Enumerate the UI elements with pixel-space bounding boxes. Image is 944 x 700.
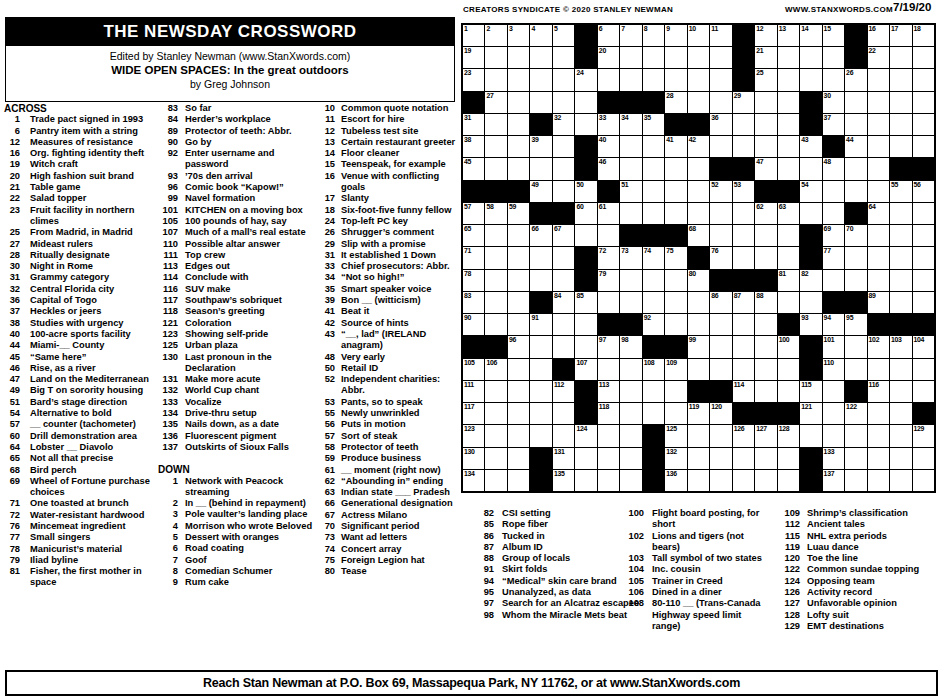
grid-cell[interactable] (913, 381, 934, 402)
grid-cell[interactable] (913, 448, 934, 469)
grid-cell[interactable] (485, 47, 506, 68)
grid-cell[interactable] (800, 158, 821, 179)
grid-cell[interactable] (643, 381, 664, 402)
grid-cell[interactable] (643, 403, 664, 424)
grid-cell[interactable]: 12 (755, 25, 776, 46)
grid-cell[interactable] (733, 314, 754, 335)
grid-cell[interactable]: 35 (643, 114, 664, 135)
grid-cell[interactable] (508, 381, 529, 402)
grid-cell[interactable]: 104 (913, 336, 934, 357)
grid-cell[interactable] (733, 203, 754, 224)
grid-cell[interactable] (890, 203, 911, 224)
grid-cell[interactable] (553, 181, 574, 202)
grid-cell[interactable]: 90 (463, 314, 484, 335)
grid-cell[interactable] (890, 270, 911, 291)
grid-cell[interactable] (890, 292, 911, 313)
grid-cell[interactable] (733, 136, 754, 157)
grid-cell[interactable]: 39 (530, 136, 551, 157)
grid-cell[interactable] (688, 292, 709, 313)
grid-cell[interactable] (575, 92, 596, 113)
grid-cell[interactable] (598, 359, 619, 380)
grid-cell[interactable] (733, 470, 754, 491)
grid-cell[interactable] (845, 92, 866, 113)
grid-cell[interactable] (665, 47, 686, 68)
grid-cell[interactable] (530, 158, 551, 179)
grid-cell[interactable] (530, 92, 551, 113)
grid-cell[interactable]: 81 (778, 270, 799, 291)
grid-cell[interactable] (553, 314, 574, 335)
grid-cell[interactable] (845, 359, 866, 380)
grid-cell[interactable]: 113 (598, 381, 619, 402)
grid-cell[interactable] (620, 69, 641, 90)
grid-cell[interactable]: 79 (598, 270, 619, 291)
grid-cell[interactable] (755, 314, 776, 335)
grid-cell[interactable] (688, 47, 709, 68)
grid-cell[interactable] (575, 114, 596, 135)
grid-cell[interactable] (890, 69, 911, 90)
grid-cell[interactable]: 52 (710, 181, 731, 202)
grid-cell[interactable] (688, 448, 709, 469)
grid-cell[interactable] (710, 69, 731, 90)
grid-cell[interactable]: 126 (733, 425, 754, 446)
grid-cell[interactable] (890, 114, 911, 135)
grid-cell[interactable] (710, 470, 731, 491)
grid-cell[interactable] (755, 470, 776, 491)
grid-cell[interactable]: 83 (463, 292, 484, 313)
grid-cell[interactable] (643, 203, 664, 224)
grid-cell[interactable]: 43 (800, 136, 821, 157)
grid-cell[interactable]: 25 (755, 69, 776, 90)
grid-cell[interactable]: 123 (463, 425, 484, 446)
grid-cell[interactable]: 28 (665, 92, 686, 113)
grid-cell[interactable] (485, 247, 506, 268)
grid-cell[interactable]: 117 (463, 403, 484, 424)
grid-cell[interactable] (575, 470, 596, 491)
grid-cell[interactable] (913, 359, 934, 380)
grid-cell[interactable]: 98 (620, 336, 641, 357)
grid-cell[interactable] (845, 247, 866, 268)
grid-cell[interactable] (665, 69, 686, 90)
grid-cell[interactable]: 33 (598, 114, 619, 135)
grid-cell[interactable]: 72 (598, 247, 619, 268)
grid-cell[interactable] (508, 470, 529, 491)
grid-cell[interactable] (620, 448, 641, 469)
grid-cell[interactable]: 135 (553, 470, 574, 491)
grid-cell[interactable] (845, 270, 866, 291)
grid-cell[interactable] (643, 158, 664, 179)
grid-cell[interactable] (710, 92, 731, 113)
grid-cell[interactable]: 55 (890, 181, 911, 202)
grid-cell[interactable] (553, 47, 574, 68)
grid-cell[interactable] (575, 448, 596, 469)
grid-cell[interactable]: 56 (913, 181, 934, 202)
grid-cell[interactable]: 136 (665, 470, 686, 491)
grid-cell[interactable] (890, 425, 911, 446)
grid-cell[interactable]: 127 (755, 425, 776, 446)
grid-cell[interactable] (598, 425, 619, 446)
grid-cell[interactable]: 29 (733, 92, 754, 113)
grid-cell[interactable]: 78 (463, 270, 484, 291)
grid-cell[interactable] (643, 136, 664, 157)
grid-cell[interactable]: 114 (733, 381, 754, 402)
grid-cell[interactable]: 47 (755, 158, 776, 179)
grid-cell[interactable] (508, 359, 529, 380)
grid-cell[interactable] (710, 425, 731, 446)
grid-cell[interactable]: 109 (665, 359, 686, 380)
grid-cell[interactable]: 63 (778, 203, 799, 224)
grid-cell[interactable] (845, 181, 866, 202)
grid-cell[interactable]: 59 (508, 203, 529, 224)
grid-cell[interactable]: 130 (463, 448, 484, 469)
grid-cell[interactable]: 76 (710, 247, 731, 268)
grid-cell[interactable]: 5 (553, 25, 574, 46)
grid-cell[interactable] (620, 158, 641, 179)
grid-cell[interactable]: 22 (868, 47, 889, 68)
grid-cell[interactable] (530, 69, 551, 90)
grid-cell[interactable]: 112 (553, 381, 574, 402)
grid-cell[interactable]: 20 (598, 47, 619, 68)
grid-cell[interactable]: 105 (463, 359, 484, 380)
grid-cell[interactable] (620, 136, 641, 157)
grid-cell[interactable]: 125 (665, 425, 686, 446)
grid-cell[interactable] (643, 47, 664, 68)
grid-cell[interactable]: 129 (913, 425, 934, 446)
grid-cell[interactable]: 87 (733, 292, 754, 313)
grid-cell[interactable] (530, 336, 551, 357)
grid-cell[interactable] (688, 158, 709, 179)
grid-cell[interactable] (890, 92, 911, 113)
grid-cell[interactable] (913, 47, 934, 68)
grid-cell[interactable]: 60 (575, 203, 596, 224)
grid-cell[interactable]: 69 (823, 225, 844, 246)
grid-cell[interactable] (890, 470, 911, 491)
grid-cell[interactable] (800, 203, 821, 224)
grid-cell[interactable]: 13 (778, 25, 799, 46)
grid-cell[interactable] (665, 270, 686, 291)
grid-cell[interactable] (620, 425, 641, 446)
grid-cell[interactable] (688, 92, 709, 113)
grid-cell[interactable]: 119 (688, 403, 709, 424)
grid-cell[interactable]: 134 (463, 470, 484, 491)
grid-cell[interactable] (868, 69, 889, 90)
grid-cell[interactable]: 58 (485, 203, 506, 224)
grid-cell[interactable]: 92 (643, 314, 664, 335)
grid-cell[interactable] (508, 92, 529, 113)
grid-cell[interactable] (868, 114, 889, 135)
grid-cell[interactable] (508, 403, 529, 424)
grid-cell[interactable] (890, 47, 911, 68)
grid-cell[interactable] (598, 448, 619, 469)
grid-cell[interactable] (485, 425, 506, 446)
grid-cell[interactable]: 106 (485, 359, 506, 380)
grid-cell[interactable]: 24 (575, 69, 596, 90)
grid-cell[interactable] (868, 448, 889, 469)
grid-cell[interactable] (778, 292, 799, 313)
grid-cell[interactable] (733, 247, 754, 268)
grid-cell[interactable] (890, 359, 911, 380)
grid-cell[interactable] (890, 247, 911, 268)
grid-cell[interactable]: 18 (913, 25, 934, 46)
grid-cell[interactable] (733, 114, 754, 135)
grid-cell[interactable] (508, 314, 529, 335)
grid-cell[interactable] (845, 470, 866, 491)
grid-cell[interactable]: 11 (710, 25, 731, 46)
grid-cell[interactable] (688, 425, 709, 446)
grid-cell[interactable]: 111 (463, 381, 484, 402)
grid-cell[interactable] (485, 292, 506, 313)
grid-cell[interactable]: 64 (868, 203, 889, 224)
crossword-grid[interactable]: 1234567891011121314151617181920212223242… (461, 23, 936, 493)
grid-cell[interactable] (508, 448, 529, 469)
grid-cell[interactable] (755, 92, 776, 113)
grid-cell[interactable] (508, 270, 529, 291)
grid-cell[interactable]: 26 (845, 69, 866, 90)
grid-cell[interactable]: 61 (598, 203, 619, 224)
grid-cell[interactable] (665, 158, 686, 179)
grid-cell[interactable]: 84 (553, 292, 574, 313)
grid-cell[interactable]: 15 (823, 25, 844, 46)
grid-cell[interactable] (868, 136, 889, 157)
grid-cell[interactable]: 77 (823, 247, 844, 268)
grid-cell[interactable] (530, 47, 551, 68)
grid-cell[interactable]: 108 (643, 359, 664, 380)
grid-cell[interactable]: 6 (598, 25, 619, 46)
grid-cell[interactable] (485, 158, 506, 179)
grid-cell[interactable]: 14 (800, 25, 821, 46)
grid-cell[interactable] (665, 203, 686, 224)
grid-cell[interactable] (845, 336, 866, 357)
grid-cell[interactable] (778, 470, 799, 491)
grid-cell[interactable] (868, 425, 889, 446)
grid-cell[interactable] (688, 69, 709, 90)
grid-cell[interactable] (823, 425, 844, 446)
grid-cell[interactable] (553, 247, 574, 268)
grid-cell[interactable] (485, 114, 506, 135)
grid-cell[interactable]: 41 (665, 136, 686, 157)
grid-cell[interactable]: 3 (508, 25, 529, 46)
grid-cell[interactable]: 16 (868, 25, 889, 46)
grid-cell[interactable] (485, 470, 506, 491)
grid-cell[interactable] (778, 381, 799, 402)
grid-cell[interactable] (485, 314, 506, 335)
grid-cell[interactable]: 102 (868, 336, 889, 357)
grid-cell[interactable]: 71 (463, 247, 484, 268)
grid-cell[interactable] (530, 270, 551, 291)
grid-cell[interactable] (868, 403, 889, 424)
grid-cell[interactable]: 107 (575, 359, 596, 380)
grid-cell[interactable]: 73 (620, 247, 641, 268)
grid-cell[interactable] (913, 225, 934, 246)
grid-cell[interactable]: 17 (890, 25, 911, 46)
grid-cell[interactable]: 67 (553, 225, 574, 246)
grid-cell[interactable]: 34 (620, 114, 641, 135)
grid-cell[interactable]: 115 (800, 381, 821, 402)
grid-cell[interactable] (755, 247, 776, 268)
grid-cell[interactable]: 31 (463, 114, 484, 135)
grid-cell[interactable] (485, 270, 506, 291)
grid-cell[interactable] (485, 448, 506, 469)
grid-cell[interactable] (778, 359, 799, 380)
grid-cell[interactable] (598, 470, 619, 491)
grid-cell[interactable] (823, 47, 844, 68)
grid-cell[interactable] (620, 47, 641, 68)
grid-cell[interactable]: 7 (620, 25, 641, 46)
grid-cell[interactable] (620, 203, 641, 224)
grid-cell[interactable]: 51 (620, 181, 641, 202)
grid-cell[interactable]: 30 (823, 92, 844, 113)
grid-cell[interactable] (913, 92, 934, 113)
grid-cell[interactable] (665, 381, 686, 402)
grid-cell[interactable] (868, 92, 889, 113)
grid-cell[interactable]: 66 (530, 225, 551, 246)
grid-cell[interactable] (823, 403, 844, 424)
grid-cell[interactable] (665, 181, 686, 202)
grid-cell[interactable]: 32 (553, 114, 574, 135)
grid-cell[interactable]: 100 (778, 336, 799, 357)
grid-cell[interactable] (778, 158, 799, 179)
grid-cell[interactable] (890, 448, 911, 469)
grid-cell[interactable]: 27 (485, 92, 506, 113)
grid-cell[interactable] (508, 69, 529, 90)
grid-cell[interactable] (868, 247, 889, 268)
grid-cell[interactable] (868, 270, 889, 291)
grid-cell[interactable] (913, 247, 934, 268)
grid-cell[interactable] (778, 136, 799, 157)
grid-cell[interactable] (890, 225, 911, 246)
grid-cell[interactable] (508, 136, 529, 157)
grid-cell[interactable] (710, 314, 731, 335)
grid-cell[interactable] (868, 359, 889, 380)
grid-cell[interactable]: 137 (823, 470, 844, 491)
grid-cell[interactable] (778, 47, 799, 68)
grid-cell[interactable] (913, 203, 934, 224)
grid-cell[interactable] (778, 92, 799, 113)
grid-cell[interactable] (778, 448, 799, 469)
grid-cell[interactable] (553, 158, 574, 179)
grid-cell[interactable] (913, 136, 934, 157)
grid-cell[interactable] (688, 314, 709, 335)
grid-cell[interactable] (575, 336, 596, 357)
grid-cell[interactable] (530, 403, 551, 424)
grid-cell[interactable] (845, 448, 866, 469)
grid-cell[interactable] (620, 470, 641, 491)
grid-cell[interactable]: 85 (575, 292, 596, 313)
grid-cell[interactable] (868, 158, 889, 179)
grid-cell[interactable] (845, 425, 866, 446)
grid-cell[interactable]: 131 (553, 448, 574, 469)
grid-cell[interactable]: 95 (845, 314, 866, 335)
grid-cell[interactable] (778, 225, 799, 246)
grid-cell[interactable]: 128 (778, 425, 799, 446)
grid-cell[interactable] (665, 314, 686, 335)
grid-cell[interactable]: 121 (800, 403, 821, 424)
grid-cell[interactable]: 49 (530, 181, 551, 202)
grid-cell[interactable] (710, 359, 731, 380)
grid-cell[interactable]: 62 (755, 203, 776, 224)
grid-cell[interactable]: 116 (868, 381, 889, 402)
grid-cell[interactable]: 19 (463, 47, 484, 68)
grid-cell[interactable] (868, 181, 889, 202)
grid-cell[interactable] (710, 203, 731, 224)
grid-cell[interactable] (823, 181, 844, 202)
grid-cell[interactable] (688, 359, 709, 380)
grid-cell[interactable]: 82 (800, 270, 821, 291)
grid-cell[interactable] (710, 136, 731, 157)
grid-cell[interactable] (598, 69, 619, 90)
grid-cell[interactable] (620, 381, 641, 402)
grid-cell[interactable]: 124 (575, 425, 596, 446)
grid-cell[interactable] (575, 314, 596, 335)
grid-cell[interactable] (778, 247, 799, 268)
grid-cell[interactable]: 99 (688, 336, 709, 357)
grid-cell[interactable] (755, 381, 776, 402)
grid-cell[interactable]: 120 (710, 403, 731, 424)
grid-cell[interactable] (553, 270, 574, 291)
grid-cell[interactable] (755, 359, 776, 380)
grid-cell[interactable]: 46 (598, 158, 619, 179)
grid-cell[interactable] (553, 92, 574, 113)
grid-cell[interactable] (755, 114, 776, 135)
grid-cell[interactable]: 8 (643, 25, 664, 46)
grid-cell[interactable]: 122 (845, 403, 866, 424)
grid-cell[interactable] (485, 225, 506, 246)
grid-cell[interactable]: 68 (688, 225, 709, 246)
grid-cell[interactable] (913, 270, 934, 291)
grid-cell[interactable] (508, 247, 529, 268)
grid-cell[interactable] (643, 181, 664, 202)
grid-cell[interactable]: 74 (643, 247, 664, 268)
grid-cell[interactable] (665, 403, 686, 424)
grid-cell[interactable] (530, 381, 551, 402)
grid-cell[interactable] (755, 448, 776, 469)
grid-cell[interactable] (845, 158, 866, 179)
grid-cell[interactable] (913, 114, 934, 135)
grid-cell[interactable] (868, 470, 889, 491)
grid-cell[interactable]: 88 (755, 292, 776, 313)
grid-cell[interactable] (553, 136, 574, 157)
grid-cell[interactable] (598, 292, 619, 313)
grid-cell[interactable] (508, 292, 529, 313)
grid-cell[interactable] (778, 114, 799, 135)
grid-cell[interactable]: 132 (665, 448, 686, 469)
grid-cell[interactable] (733, 359, 754, 380)
grid-cell[interactable]: 93 (800, 314, 821, 335)
grid-cell[interactable]: 96 (508, 336, 529, 357)
grid-cell[interactable]: 36 (710, 114, 731, 135)
grid-cell[interactable] (620, 403, 641, 424)
grid-cell[interactable] (643, 292, 664, 313)
grid-cell[interactable] (530, 425, 551, 446)
grid-cell[interactable]: 48 (823, 158, 844, 179)
grid-cell[interactable] (620, 292, 641, 313)
grid-cell[interactable] (485, 69, 506, 90)
grid-cell[interactable]: 80 (688, 270, 709, 291)
grid-cell[interactable] (755, 225, 776, 246)
grid-cell[interactable] (800, 425, 821, 446)
grid-cell[interactable]: 103 (890, 336, 911, 357)
grid-cell[interactable]: 38 (463, 136, 484, 157)
grid-cell[interactable]: 89 (868, 292, 889, 313)
grid-cell[interactable] (755, 336, 776, 357)
grid-cell[interactable] (508, 225, 529, 246)
grid-cell[interactable] (485, 136, 506, 157)
grid-cell[interactable] (710, 225, 731, 246)
grid-cell[interactable] (913, 470, 934, 491)
grid-cell[interactable]: 21 (755, 47, 776, 68)
grid-cell[interactable] (778, 69, 799, 90)
grid-cell[interactable]: 118 (598, 403, 619, 424)
grid-cell[interactable] (733, 448, 754, 469)
